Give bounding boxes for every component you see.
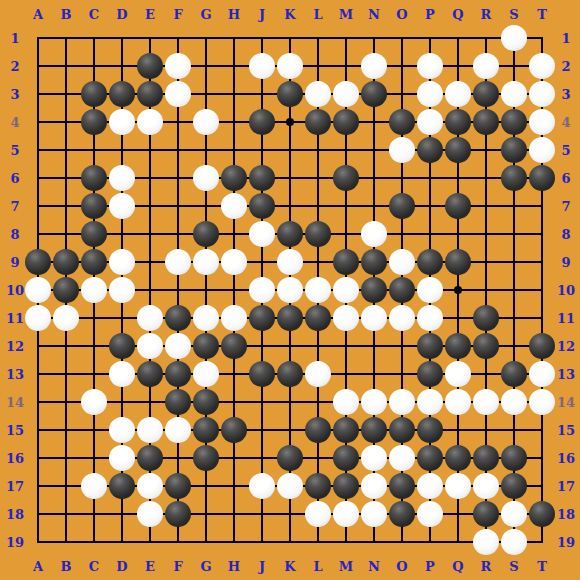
col-label-top-F: F xyxy=(173,8,182,21)
stone-black-j13[interactable] xyxy=(249,361,275,387)
stone-black-c6[interactable] xyxy=(81,165,107,191)
stone-white-e4[interactable] xyxy=(137,109,163,135)
stone-black-c4[interactable] xyxy=(81,109,107,135)
stone-black-q9[interactable] xyxy=(445,249,471,275)
stone-white-f12[interactable] xyxy=(165,333,191,359)
stone-black-p13[interactable] xyxy=(417,361,443,387)
stone-white-d4[interactable] xyxy=(109,109,135,135)
stone-white-l3[interactable] xyxy=(305,81,331,107)
stone-white-c14[interactable] xyxy=(81,389,107,415)
row-label-left-16: 16 xyxy=(6,452,24,465)
stone-black-l4[interactable] xyxy=(305,109,331,135)
stone-white-n16[interactable] xyxy=(361,445,387,471)
col-label-bottom-R: R xyxy=(481,560,492,573)
stone-black-j11[interactable] xyxy=(249,305,275,331)
stone-white-p2[interactable] xyxy=(417,53,443,79)
stone-black-t6[interactable] xyxy=(529,165,555,191)
stone-white-q17[interactable] xyxy=(445,473,471,499)
stone-white-k17[interactable] xyxy=(277,473,303,499)
col-label-bottom-P: P xyxy=(425,560,435,573)
go-board[interactable]: AABBCCDDEEFFGGHHJJKKLLMMNNOOPPQQRRSSTT11… xyxy=(0,0,580,580)
row-label-left-4: 4 xyxy=(10,116,19,129)
col-label-bottom-B: B xyxy=(61,560,72,573)
stone-black-l15[interactable] xyxy=(305,417,331,443)
col-label-bottom-T: T xyxy=(537,560,547,573)
stone-black-p12[interactable] xyxy=(417,333,443,359)
stone-black-g16[interactable] xyxy=(193,445,219,471)
row-label-right-17: 17 xyxy=(557,480,575,493)
stone-black-d17[interactable] xyxy=(109,473,135,499)
stone-black-t18[interactable] xyxy=(529,501,555,527)
row-label-left-5: 5 xyxy=(10,144,19,157)
stone-white-q3[interactable] xyxy=(445,81,471,107)
col-label-bottom-A: A xyxy=(33,560,43,573)
col-label-bottom-C: C xyxy=(89,560,99,573)
row-label-right-18: 18 xyxy=(557,508,575,521)
stone-black-a9[interactable] xyxy=(25,249,51,275)
col-label-top-J: J xyxy=(259,8,265,21)
stone-white-o11[interactable] xyxy=(389,305,415,331)
stone-white-s1[interactable] xyxy=(501,25,527,51)
row-label-left-6: 6 xyxy=(10,172,19,185)
stone-white-o5[interactable] xyxy=(389,137,415,163)
stone-black-k13[interactable] xyxy=(277,361,303,387)
stone-white-m10[interactable] xyxy=(333,277,359,303)
stone-black-r16[interactable] xyxy=(473,445,499,471)
stone-white-r14[interactable] xyxy=(473,389,499,415)
row-label-right-10: 10 xyxy=(557,284,575,297)
stone-white-j2[interactable] xyxy=(249,53,275,79)
col-label-bottom-G: G xyxy=(200,560,211,573)
stone-black-l17[interactable] xyxy=(305,473,331,499)
stone-black-k3[interactable] xyxy=(277,81,303,107)
stone-black-o7[interactable] xyxy=(389,193,415,219)
stone-black-g14[interactable] xyxy=(193,389,219,415)
stone-white-g4[interactable] xyxy=(193,109,219,135)
stone-black-k11[interactable] xyxy=(277,305,303,331)
row-label-right-4: 4 xyxy=(561,116,570,129)
stone-black-m9[interactable] xyxy=(333,249,359,275)
stone-white-m11[interactable] xyxy=(333,305,359,331)
col-label-bottom-L: L xyxy=(313,560,322,573)
stone-white-e17[interactable] xyxy=(137,473,163,499)
stone-white-c10[interactable] xyxy=(81,277,107,303)
col-label-top-H: H xyxy=(228,8,240,21)
stone-black-q5[interactable] xyxy=(445,137,471,163)
stone-white-m18[interactable] xyxy=(333,501,359,527)
row-label-left-14: 14 xyxy=(6,396,24,409)
stone-white-n17[interactable] xyxy=(361,473,387,499)
row-label-left-17: 17 xyxy=(6,480,24,493)
col-label-bottom-Q: Q xyxy=(452,560,463,573)
stone-black-r4[interactable] xyxy=(473,109,499,135)
row-label-right-19: 19 xyxy=(557,536,575,549)
stone-black-m15[interactable] xyxy=(333,417,359,443)
row-label-right-7: 7 xyxy=(561,200,570,213)
stone-black-m6[interactable] xyxy=(333,165,359,191)
row-label-right-12: 12 xyxy=(557,340,575,353)
stone-black-p9[interactable] xyxy=(417,249,443,275)
stone-white-e12[interactable] xyxy=(137,333,163,359)
stone-white-d6[interactable] xyxy=(109,165,135,191)
stone-black-c9[interactable] xyxy=(81,249,107,275)
stone-black-p15[interactable] xyxy=(417,417,443,443)
stone-white-p18[interactable] xyxy=(417,501,443,527)
stone-white-n8[interactable] xyxy=(361,221,387,247)
stone-white-n18[interactable] xyxy=(361,501,387,527)
stone-black-d3[interactable] xyxy=(109,81,135,107)
stone-black-f17[interactable] xyxy=(165,473,191,499)
stone-white-d7[interactable] xyxy=(109,193,135,219)
stone-black-s4[interactable] xyxy=(501,109,527,135)
row-label-left-2: 2 xyxy=(10,60,19,73)
stone-white-s3[interactable] xyxy=(501,81,527,107)
stone-white-e18[interactable] xyxy=(137,501,163,527)
stone-white-l18[interactable] xyxy=(305,501,331,527)
stone-white-j17[interactable] xyxy=(249,473,275,499)
stone-white-n2[interactable] xyxy=(361,53,387,79)
col-label-bottom-H: H xyxy=(228,560,240,573)
col-label-top-Q: Q xyxy=(452,8,463,21)
col-label-bottom-D: D xyxy=(116,560,127,573)
stone-white-o16[interactable] xyxy=(389,445,415,471)
col-label-bottom-F: F xyxy=(173,560,182,573)
col-label-top-L: L xyxy=(313,8,322,21)
stone-white-r2[interactable] xyxy=(473,53,499,79)
stone-black-p5[interactable] xyxy=(417,137,443,163)
stone-black-r18[interactable] xyxy=(473,501,499,527)
stone-black-j4[interactable] xyxy=(249,109,275,135)
stone-black-c7[interactable] xyxy=(81,193,107,219)
stone-white-r19[interactable] xyxy=(473,529,499,555)
stone-black-r12[interactable] xyxy=(473,333,499,359)
stone-white-t3[interactable] xyxy=(529,81,555,107)
col-label-top-R: R xyxy=(481,8,492,21)
stone-white-c17[interactable] xyxy=(81,473,107,499)
stone-black-l8[interactable] xyxy=(305,221,331,247)
stone-black-e16[interactable] xyxy=(137,445,163,471)
row-label-right-13: 13 xyxy=(557,368,575,381)
row-label-left-18: 18 xyxy=(6,508,24,521)
row-label-right-6: 6 xyxy=(561,172,570,185)
stone-black-s5[interactable] xyxy=(501,137,527,163)
col-label-top-T: T xyxy=(537,8,547,21)
stone-black-g12[interactable] xyxy=(193,333,219,359)
stone-black-s13[interactable] xyxy=(501,361,527,387)
stone-white-n14[interactable] xyxy=(361,389,387,415)
row-label-left-9: 9 xyxy=(10,256,19,269)
col-label-top-G: G xyxy=(200,8,211,21)
row-label-right-9: 9 xyxy=(561,256,570,269)
stone-black-j7[interactable] xyxy=(249,193,275,219)
star-point-k4 xyxy=(286,118,294,126)
stone-black-o4[interactable] xyxy=(389,109,415,135)
row-label-right-8: 8 xyxy=(561,228,570,241)
row-label-left-11: 11 xyxy=(6,312,24,325)
stone-black-o15[interactable] xyxy=(389,417,415,443)
stone-white-d15[interactable] xyxy=(109,417,135,443)
stone-black-k8[interactable] xyxy=(277,221,303,247)
col-label-top-A: A xyxy=(33,8,43,21)
stone-black-s16[interactable] xyxy=(501,445,527,471)
stone-white-p11[interactable] xyxy=(417,305,443,331)
stone-black-r11[interactable] xyxy=(473,305,499,331)
stone-white-p3[interactable] xyxy=(417,81,443,107)
stone-black-l11[interactable] xyxy=(305,305,331,331)
stone-black-m17[interactable] xyxy=(333,473,359,499)
stone-white-p10[interactable] xyxy=(417,277,443,303)
row-label-right-3: 3 xyxy=(561,88,570,101)
stone-black-k16[interactable] xyxy=(277,445,303,471)
row-label-left-13: 13 xyxy=(6,368,24,381)
stone-black-h6[interactable] xyxy=(221,165,247,191)
stone-black-o18[interactable] xyxy=(389,501,415,527)
stone-black-g8[interactable] xyxy=(193,221,219,247)
stone-black-n10[interactable] xyxy=(361,277,387,303)
stone-black-j6[interactable] xyxy=(249,165,275,191)
row-label-right-16: 16 xyxy=(557,452,575,465)
stone-black-b10[interactable] xyxy=(53,277,79,303)
stone-white-r17[interactable] xyxy=(473,473,499,499)
stone-white-f9[interactable] xyxy=(165,249,191,275)
stone-black-b9[interactable] xyxy=(53,249,79,275)
col-label-top-K: K xyxy=(284,8,295,21)
stone-black-o10[interactable] xyxy=(389,277,415,303)
stone-black-f11[interactable] xyxy=(165,305,191,331)
stone-white-t2[interactable] xyxy=(529,53,555,79)
col-label-bottom-S: S xyxy=(509,560,518,573)
col-label-top-E: E xyxy=(145,8,155,21)
stone-white-f3[interactable] xyxy=(165,81,191,107)
col-label-bottom-K: K xyxy=(284,560,295,573)
stone-white-k2[interactable] xyxy=(277,53,303,79)
stone-black-h15[interactable] xyxy=(221,417,247,443)
row-label-left-12: 12 xyxy=(6,340,24,353)
stone-black-s6[interactable] xyxy=(501,165,527,191)
col-label-top-C: C xyxy=(89,8,99,21)
col-label-top-M: M xyxy=(339,8,353,21)
stone-white-m3[interactable] xyxy=(333,81,359,107)
col-label-bottom-J: J xyxy=(259,560,265,573)
stone-white-s18[interactable] xyxy=(501,501,527,527)
stone-black-q12[interactable] xyxy=(445,333,471,359)
stone-black-f18[interactable] xyxy=(165,501,191,527)
stone-white-n11[interactable] xyxy=(361,305,387,331)
stone-white-q13[interactable] xyxy=(445,361,471,387)
stone-black-f14[interactable] xyxy=(165,389,191,415)
stone-white-h11[interactable] xyxy=(221,305,247,331)
stone-white-d13[interactable] xyxy=(109,361,135,387)
stone-white-t13[interactable] xyxy=(529,361,555,387)
stone-white-a10[interactable] xyxy=(25,277,51,303)
stone-white-j8[interactable] xyxy=(249,221,275,247)
row-label-right-14: 14 xyxy=(557,396,575,409)
stone-white-p14[interactable] xyxy=(417,389,443,415)
stone-black-n15[interactable] xyxy=(361,417,387,443)
row-label-right-15: 15 xyxy=(557,424,575,437)
col-label-bottom-M: M xyxy=(339,560,353,573)
stone-black-o17[interactable] xyxy=(389,473,415,499)
stone-black-m16[interactable] xyxy=(333,445,359,471)
stone-black-m4[interactable] xyxy=(333,109,359,135)
row-label-left-19: 19 xyxy=(6,536,24,549)
stone-white-f15[interactable] xyxy=(165,417,191,443)
stone-black-g15[interactable] xyxy=(193,417,219,443)
stone-black-c3[interactable] xyxy=(81,81,107,107)
row-label-left-15: 15 xyxy=(6,424,24,437)
stone-black-c8[interactable] xyxy=(81,221,107,247)
stone-white-k10[interactable] xyxy=(277,277,303,303)
row-label-right-1: 1 xyxy=(561,32,570,45)
stone-white-s19[interactable] xyxy=(501,529,527,555)
col-label-top-B: B xyxy=(61,8,72,21)
stone-black-q4[interactable] xyxy=(445,109,471,135)
stone-white-o14[interactable] xyxy=(389,389,415,415)
stone-white-t14[interactable] xyxy=(529,389,555,415)
stone-white-l13[interactable] xyxy=(305,361,331,387)
row-label-left-10: 10 xyxy=(6,284,24,297)
col-label-top-N: N xyxy=(368,8,380,21)
stone-white-a11[interactable] xyxy=(25,305,51,331)
stone-white-g13[interactable] xyxy=(193,361,219,387)
stone-black-q7[interactable] xyxy=(445,193,471,219)
stone-white-p17[interactable] xyxy=(417,473,443,499)
stone-black-e13[interactable] xyxy=(137,361,163,387)
stone-black-q16[interactable] xyxy=(445,445,471,471)
row-label-left-7: 7 xyxy=(10,200,19,213)
stone-white-g9[interactable] xyxy=(193,249,219,275)
stone-black-d12[interactable] xyxy=(109,333,135,359)
row-label-right-5: 5 xyxy=(561,144,570,157)
star-point-q10 xyxy=(454,286,462,294)
stone-white-k9[interactable] xyxy=(277,249,303,275)
stone-white-f2[interactable] xyxy=(165,53,191,79)
col-label-top-S: S xyxy=(509,8,518,21)
stone-white-j10[interactable] xyxy=(249,277,275,303)
col-label-bottom-N: N xyxy=(368,560,380,573)
row-label-right-2: 2 xyxy=(561,60,570,73)
stone-white-e15[interactable] xyxy=(137,417,163,443)
col-label-bottom-O: O xyxy=(396,560,407,573)
stone-black-s17[interactable] xyxy=(501,473,527,499)
stone-black-p16[interactable] xyxy=(417,445,443,471)
stone-white-t4[interactable] xyxy=(529,109,555,135)
stone-white-t5[interactable] xyxy=(529,137,555,163)
row-label-right-11: 11 xyxy=(557,312,575,325)
col-label-top-P: P xyxy=(425,8,435,21)
stone-black-t12[interactable] xyxy=(529,333,555,359)
stone-white-d16[interactable] xyxy=(109,445,135,471)
stone-white-h7[interactable] xyxy=(221,193,247,219)
stone-white-g6[interactable] xyxy=(193,165,219,191)
stone-white-o9[interactable] xyxy=(389,249,415,275)
stone-white-p4[interactable] xyxy=(417,109,443,135)
stone-white-m14[interactable] xyxy=(333,389,359,415)
col-label-top-O: O xyxy=(396,8,407,21)
stone-black-n3[interactable] xyxy=(361,81,387,107)
stone-white-s14[interactable] xyxy=(501,389,527,415)
stone-white-g11[interactable] xyxy=(193,305,219,331)
stone-black-e3[interactable] xyxy=(137,81,163,107)
stone-white-l10[interactable] xyxy=(305,277,331,303)
stone-white-q14[interactable] xyxy=(445,389,471,415)
stone-white-e11[interactable] xyxy=(137,305,163,331)
row-label-left-3: 3 xyxy=(10,88,19,101)
stone-black-r3[interactable] xyxy=(473,81,499,107)
stone-black-h12[interactable] xyxy=(221,333,247,359)
stone-white-d10[interactable] xyxy=(109,277,135,303)
stone-black-e2[interactable] xyxy=(137,53,163,79)
row-label-left-1: 1 xyxy=(10,32,19,45)
col-label-bottom-E: E xyxy=(145,560,155,573)
stone-white-b11[interactable] xyxy=(53,305,79,331)
stone-black-n9[interactable] xyxy=(361,249,387,275)
stone-white-d9[interactable] xyxy=(109,249,135,275)
row-label-left-8: 8 xyxy=(10,228,19,241)
col-label-top-D: D xyxy=(116,8,127,21)
stone-white-h9[interactable] xyxy=(221,249,247,275)
stone-black-f13[interactable] xyxy=(165,361,191,387)
